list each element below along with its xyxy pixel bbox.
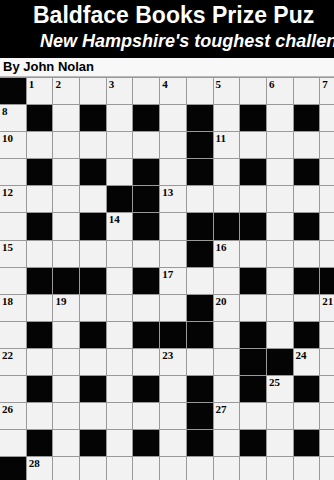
cell-r0c11[interactable]	[294, 78, 321, 105]
cell-r5c2[interactable]	[53, 213, 80, 240]
cell-r9c0[interactable]	[0, 322, 27, 349]
cell-r10c5[interactable]	[133, 349, 160, 376]
cell-r14c3[interactable]	[80, 457, 107, 480]
cell-r2c9[interactable]	[240, 132, 267, 159]
cell-r12c5[interactable]	[133, 403, 160, 430]
clue-number-2: 2	[55, 78, 61, 90]
cell-r3c4[interactable]	[107, 159, 134, 186]
cell-r9c5-block	[133, 322, 160, 349]
clue-number-16: 16	[216, 241, 227, 253]
cell-r9c1-block	[27, 322, 54, 349]
cell-r13c10[interactable]	[267, 430, 294, 457]
cell-r5c5-block	[133, 213, 160, 240]
cell-r6c8[interactable]: 16	[214, 241, 241, 268]
cell-r5c7-block	[187, 213, 214, 240]
cell-r4c5-block	[133, 186, 160, 213]
clue-number-23: 23	[162, 349, 173, 361]
cell-r14c10[interactable]	[267, 457, 294, 480]
cell-r7c11-block	[294, 268, 321, 295]
cell-r8c8[interactable]: 20	[214, 295, 241, 322]
cell-r2c6[interactable]	[160, 132, 187, 159]
cell-r4c2[interactable]	[53, 186, 80, 213]
cell-r12c2[interactable]	[53, 403, 80, 430]
clue-number-6: 6	[269, 78, 275, 90]
byline-text: By John Nolan	[3, 59, 94, 74]
cell-r1c10[interactable]	[267, 105, 294, 132]
cell-r6c6[interactable]	[160, 241, 187, 268]
cell-r11c5-block	[133, 376, 160, 403]
cell-r7c12-block	[320, 268, 334, 295]
cell-r8c1[interactable]	[27, 295, 54, 322]
cell-r2c4[interactable]	[107, 132, 134, 159]
cell-r6c7-block	[187, 241, 214, 268]
clue-number-12: 12	[2, 186, 13, 198]
cell-r13c2[interactable]	[53, 430, 80, 457]
cell-r7c8[interactable]	[214, 268, 241, 295]
cell-r10c8[interactable]	[214, 349, 241, 376]
cell-r1c6[interactable]	[160, 105, 187, 132]
clue-number-22: 22	[2, 349, 13, 361]
cell-r8c11[interactable]	[294, 295, 321, 322]
cell-r6c1[interactable]	[27, 241, 54, 268]
cell-r0c3[interactable]	[80, 78, 107, 105]
cell-r14c5[interactable]	[133, 457, 160, 480]
puzzle-subtitle: New Hampshire's toughest challen	[40, 31, 334, 52]
cell-r0c6[interactable]: 4	[160, 78, 187, 105]
cell-r6c2[interactable]	[53, 241, 80, 268]
cell-r14c11[interactable]	[294, 457, 321, 480]
cell-r9c11-block	[294, 322, 321, 349]
clue-number-14: 14	[109, 213, 120, 225]
cell-r5c9-block	[240, 213, 267, 240]
clue-number-25: 25	[269, 376, 280, 388]
cell-r11c3-block	[80, 376, 107, 403]
clue-number-10: 10	[2, 132, 13, 144]
cell-r3c0[interactable]	[0, 159, 27, 186]
cell-r3c2[interactable]	[53, 159, 80, 186]
cell-r5c10[interactable]	[267, 213, 294, 240]
cell-r14c1[interactable]: 28	[27, 457, 54, 480]
cell-r14c9[interactable]	[240, 457, 267, 480]
clue-number-3: 3	[109, 78, 115, 90]
cell-r5c11-block	[294, 213, 321, 240]
cell-r12c7-block	[187, 403, 214, 430]
cell-r8c12[interactable]: 21	[320, 295, 334, 322]
cell-r7c4[interactable]	[107, 268, 134, 295]
clue-number-11: 11	[216, 132, 226, 144]
cell-r13c7-block	[187, 430, 214, 457]
cell-r14c12[interactable]	[320, 457, 334, 480]
cell-r4c3[interactable]	[80, 186, 107, 213]
cell-r1c11-block	[294, 105, 321, 132]
cell-r1c12[interactable]	[320, 105, 334, 132]
cell-r0c9[interactable]	[240, 78, 267, 105]
clue-number-8: 8	[2, 105, 8, 117]
cell-r10c7[interactable]	[187, 349, 214, 376]
cell-r11c11-block	[294, 376, 321, 403]
cell-r13c4[interactable]	[107, 430, 134, 457]
cell-r3c7-block	[187, 159, 214, 186]
cell-r12c3[interactable]	[80, 403, 107, 430]
cell-r14c8[interactable]	[214, 457, 241, 480]
cell-r11c1-block	[27, 376, 54, 403]
cell-r8c0[interactable]: 18	[0, 295, 27, 322]
cell-r13c5-block	[133, 430, 160, 457]
puzzle-title: Baldface Books Prize Puz	[33, 2, 314, 29]
cell-r5c12[interactable]	[320, 213, 334, 240]
cell-r1c1-block	[27, 105, 54, 132]
cell-r1c4[interactable]	[107, 105, 134, 132]
cell-r0c7[interactable]	[187, 78, 214, 105]
cell-r3c8[interactable]	[214, 159, 241, 186]
cell-r2c5[interactable]	[133, 132, 160, 159]
cell-r9c2[interactable]	[53, 322, 80, 349]
cell-r9c7-block	[187, 322, 214, 349]
cell-r2c7-block	[187, 132, 214, 159]
cell-r3c6[interactable]	[160, 159, 187, 186]
cell-r9c8[interactable]	[214, 322, 241, 349]
cell-r0c10[interactable]: 6	[267, 78, 294, 105]
cell-r2c3[interactable]	[80, 132, 107, 159]
clue-number-21: 21	[322, 295, 333, 307]
clue-number-1: 1	[29, 78, 35, 90]
cell-r8c7-block	[187, 295, 214, 322]
cell-r4c0[interactable]: 12	[0, 186, 27, 213]
cell-r0c1[interactable]: 1	[27, 78, 54, 105]
cell-r0c0-block	[0, 78, 27, 105]
cell-r7c5-block	[133, 268, 160, 295]
clue-number-15: 15	[2, 241, 13, 253]
cell-r9c4[interactable]	[107, 322, 134, 349]
cell-r0c12[interactable]: 7	[320, 78, 334, 105]
cell-r1c2[interactable]	[53, 105, 80, 132]
cell-r14c2[interactable]	[53, 457, 80, 480]
cell-r4c6[interactable]: 13	[160, 186, 187, 213]
cell-r1c8[interactable]	[214, 105, 241, 132]
cell-r1c9-block	[240, 105, 267, 132]
clue-number-7: 7	[322, 78, 328, 90]
cell-r12c6[interactable]	[160, 403, 187, 430]
crossword-cells: 1234567810111213141516171819202122232425…	[0, 77, 334, 480]
byline-bar: By John Nolan	[0, 58, 334, 77]
cell-r11c4[interactable]	[107, 376, 134, 403]
cell-r13c11-block	[294, 430, 321, 457]
title-banner: Baldface Books Prize Puz New Hampshire's…	[0, 0, 334, 58]
clue-number-20: 20	[216, 295, 227, 307]
cell-r1c5-block	[133, 105, 160, 132]
cell-r6c0[interactable]: 15	[0, 241, 27, 268]
clue-number-27: 27	[216, 403, 227, 415]
cell-r10c0[interactable]: 22	[0, 349, 27, 376]
cell-r7c9-block	[240, 268, 267, 295]
cell-r10c6[interactable]: 23	[160, 349, 187, 376]
cell-r7c1-block	[27, 268, 54, 295]
cell-r3c9-block	[240, 159, 267, 186]
clue-number-19: 19	[55, 295, 66, 307]
cell-r11c10[interactable]: 25	[267, 376, 294, 403]
cell-r11c2[interactable]	[53, 376, 80, 403]
cell-r13c6[interactable]	[160, 430, 187, 457]
cell-r8c5[interactable]	[133, 295, 160, 322]
cell-r10c9-block	[240, 349, 267, 376]
cell-r3c10[interactable]	[267, 159, 294, 186]
cell-r7c10[interactable]	[267, 268, 294, 295]
cell-r4c11[interactable]	[294, 186, 321, 213]
cell-r12c0[interactable]: 26	[0, 403, 27, 430]
cell-r12c10[interactable]	[267, 403, 294, 430]
cell-r10c3[interactable]	[80, 349, 107, 376]
cell-r12c12[interactable]	[320, 403, 334, 430]
clue-number-28: 28	[29, 457, 40, 469]
clue-number-24: 24	[296, 349, 307, 361]
cell-r4c8[interactable]	[214, 186, 241, 213]
cell-r7c7[interactable]	[187, 268, 214, 295]
cell-r5c8-block	[214, 213, 241, 240]
cell-r9c6-block	[160, 322, 187, 349]
cell-r11c9-block	[240, 376, 267, 403]
cell-r11c0[interactable]	[0, 376, 27, 403]
cell-r0c8[interactable]: 5	[214, 78, 241, 105]
cell-r12c9[interactable]	[240, 403, 267, 430]
cell-r12c1[interactable]	[27, 403, 54, 430]
cell-r11c8[interactable]	[214, 376, 241, 403]
cell-r4c10[interactable]	[267, 186, 294, 213]
cell-r4c7[interactable]	[187, 186, 214, 213]
cell-r7c3-block	[80, 268, 107, 295]
cell-r3c3-block	[80, 159, 107, 186]
cell-r13c8[interactable]	[214, 430, 241, 457]
cell-r12c8[interactable]: 27	[214, 403, 241, 430]
cell-r13c1-block	[27, 430, 54, 457]
cell-r8c6[interactable]	[160, 295, 187, 322]
cell-r8c3[interactable]	[80, 295, 107, 322]
clue-number-5: 5	[216, 78, 222, 90]
cell-r0c4[interactable]: 3	[107, 78, 134, 105]
cell-r9c10[interactable]	[267, 322, 294, 349]
cell-r6c12[interactable]	[320, 241, 334, 268]
cell-r3c5-block	[133, 159, 160, 186]
cell-r9c9-block	[240, 322, 267, 349]
clue-number-18: 18	[2, 295, 13, 307]
cell-r2c10[interactable]	[267, 132, 294, 159]
cell-r0c2[interactable]: 2	[53, 78, 80, 105]
cell-r5c3-block	[80, 213, 107, 240]
cell-r5c6[interactable]	[160, 213, 187, 240]
cell-r10c4[interactable]	[107, 349, 134, 376]
cell-r13c3-block	[80, 430, 107, 457]
cell-r3c12[interactable]	[320, 159, 334, 186]
cell-r3c1-block	[27, 159, 54, 186]
cell-r2c0[interactable]: 10	[0, 132, 27, 159]
cell-r2c11[interactable]	[294, 132, 321, 159]
cell-r5c4[interactable]: 14	[107, 213, 134, 240]
cell-r7c0[interactable]	[0, 268, 27, 295]
cell-r6c10[interactable]	[267, 241, 294, 268]
cell-r13c9-block	[240, 430, 267, 457]
cell-r2c1[interactable]	[27, 132, 54, 159]
cell-r10c11[interactable]: 24	[294, 349, 321, 376]
cell-r11c12[interactable]	[320, 376, 334, 403]
cell-r14c0-block	[0, 457, 27, 480]
crossword-grid: 1234567810111213141516171819202122232425…	[0, 77, 334, 480]
cell-r2c8[interactable]: 11	[214, 132, 241, 159]
cell-r6c5[interactable]	[133, 241, 160, 268]
cell-r6c3[interactable]	[80, 241, 107, 268]
cell-r8c9[interactable]	[240, 295, 267, 322]
cell-r8c4[interactable]	[107, 295, 134, 322]
cell-r10c12[interactable]	[320, 349, 334, 376]
cell-r14c4[interactable]	[107, 457, 134, 480]
cell-r0c5[interactable]	[133, 78, 160, 105]
cell-r6c9[interactable]	[240, 241, 267, 268]
cell-r13c0[interactable]	[0, 430, 27, 457]
clue-number-13: 13	[162, 186, 173, 198]
cell-r9c12[interactable]	[320, 322, 334, 349]
cell-r6c11[interactable]	[294, 241, 321, 268]
cell-r5c0[interactable]	[0, 213, 27, 240]
cell-r8c2[interactable]: 19	[53, 295, 80, 322]
clue-number-17: 17	[162, 268, 173, 280]
cell-r10c10-block	[267, 349, 294, 376]
cell-r1c0[interactable]: 8	[0, 105, 27, 132]
cell-r7c2-block	[53, 268, 80, 295]
cell-r8c10[interactable]	[267, 295, 294, 322]
cell-r4c9[interactable]	[240, 186, 267, 213]
cell-r4c12[interactable]	[320, 186, 334, 213]
cell-r6c4[interactable]	[107, 241, 134, 268]
cell-r4c4-block	[107, 186, 134, 213]
cell-r12c11[interactable]	[294, 403, 321, 430]
cell-r2c12[interactable]	[320, 132, 334, 159]
cell-r2c2[interactable]	[53, 132, 80, 159]
cell-r10c2[interactable]	[53, 349, 80, 376]
cell-r1c7-block	[187, 105, 214, 132]
cell-r9c3-block	[80, 322, 107, 349]
clue-number-4: 4	[162, 78, 168, 90]
cell-r10c1[interactable]	[27, 349, 54, 376]
cell-r7c6[interactable]: 17	[160, 268, 187, 295]
cell-r11c7-block	[187, 376, 214, 403]
cell-r3c11-block	[294, 159, 321, 186]
cell-r14c6[interactable]	[160, 457, 187, 480]
cell-r4c1[interactable]	[27, 186, 54, 213]
cell-r11c6[interactable]	[160, 376, 187, 403]
cell-r5c1-block	[27, 213, 54, 240]
cell-r12c4[interactable]	[107, 403, 134, 430]
cell-r14c7[interactable]	[187, 457, 214, 480]
cell-r13c12[interactable]	[320, 430, 334, 457]
cell-r1c3-block	[80, 105, 107, 132]
clue-number-26: 26	[2, 403, 13, 415]
